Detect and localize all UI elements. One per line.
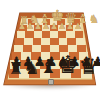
white-piece-row: ♟♟♟♟♟♟♟♟: [18, 19, 82, 30]
white-pawn: ♟: [50, 22, 58, 31]
board-square-slot: ♟: [34, 22, 42, 31]
board-square: [25, 31, 33, 38]
board-square: [50, 31, 58, 38]
black-bishop: ♝: [40, 57, 57, 77]
white-pawn: ♟: [66, 22, 74, 31]
board-square: [15, 38, 24, 45]
board-square-slot: ♜: [99, 15, 100, 26]
black-bishop: ♝: [99, 57, 100, 77]
board-square-slot: ♛: [79, 55, 99, 77]
board-square: [76, 38, 85, 45]
board-square-slot: ♟: [26, 22, 34, 31]
board-square: [67, 38, 76, 45]
board-square: [24, 38, 33, 45]
board-square-slot: ♝: [99, 57, 100, 77]
white-pawn: ♟: [58, 22, 66, 31]
white-pawn: ♟: [18, 22, 26, 31]
board-square-slot: ♟: [58, 22, 66, 31]
board-square: [34, 31, 42, 38]
white-pawn: ♟: [74, 22, 82, 31]
board-square-slot: ♟: [66, 22, 74, 31]
black-piece-row: ♜♞♝♚♛♝♞♜: [9, 51, 92, 77]
board-square-slot: ♚: [57, 53, 79, 77]
white-rook: ♜: [99, 15, 100, 26]
board-square-slot: ♟: [50, 22, 58, 31]
board-square-slot: ♞: [88, 14, 98, 26]
board-square: [59, 38, 68, 45]
board-square-slot: ♞: [23, 59, 39, 77]
board-square: [41, 38, 50, 45]
board-square: [75, 31, 83, 38]
board-square-slot: ♟: [42, 22, 50, 31]
black-knight: ♞: [23, 59, 39, 77]
board-square-slot: ♜: [9, 61, 24, 77]
board-square: [50, 38, 59, 45]
board-square-slot: ♝: [40, 57, 57, 77]
clasp-icon: [48, 79, 55, 86]
board-square: [17, 31, 25, 38]
black-king: ♚: [57, 53, 79, 77]
board-square-slot: ♟: [74, 22, 82, 31]
chess-set-photo: ♜♞♝♚♛♝♞♜♟♟♟♟♟♟♟♟♟♟♟♟♟♟♟♟♜♞♝♚♛♝♞♜: [0, 0, 100, 100]
board-square: [42, 31, 50, 38]
board-rank-row: [15, 38, 84, 45]
white-pawn: ♟: [42, 22, 50, 31]
white-pawn: ♟: [34, 22, 42, 31]
board-square: [33, 38, 42, 45]
white-pawn: ♟: [26, 22, 34, 31]
black-queen: ♛: [79, 55, 99, 77]
board-square-slot: ♟: [18, 22, 26, 31]
white-knight: ♞: [88, 14, 98, 26]
board-square: [58, 31, 66, 38]
black-rook: ♜: [9, 61, 24, 77]
board-square: [66, 31, 74, 38]
board-rank-row: [17, 31, 83, 38]
